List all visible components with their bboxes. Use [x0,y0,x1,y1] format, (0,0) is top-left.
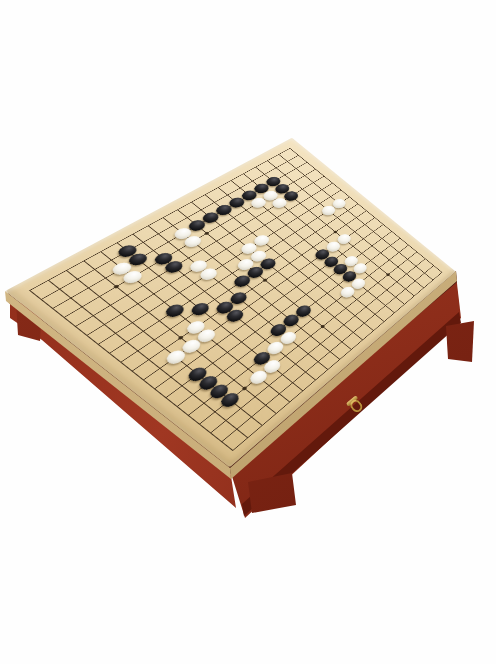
product-photo [0,0,496,664]
